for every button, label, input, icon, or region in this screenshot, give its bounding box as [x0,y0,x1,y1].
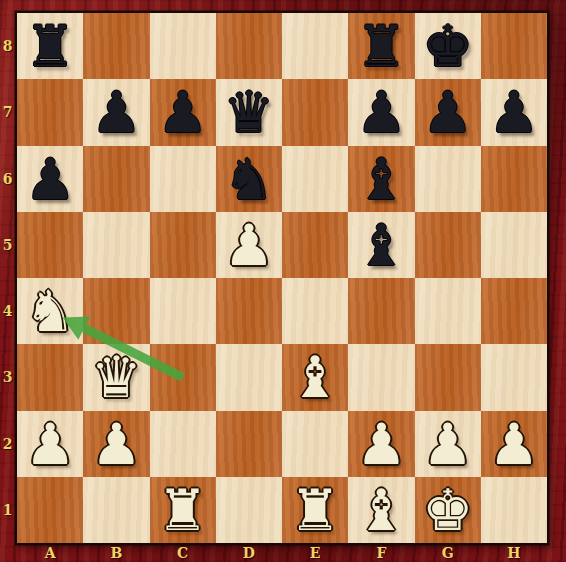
rank-labels: 87654321 [0,13,15,543]
square-b8[interactable] [83,13,149,79]
square-b7[interactable]: ♟ [83,79,149,145]
black-rook-f8: ♜ [356,14,407,78]
rank-label-8: 8 [0,13,15,79]
square-f6[interactable]: ♝ [348,146,414,212]
square-d8[interactable] [216,13,282,79]
white-pawn-a2: ♟ [25,412,76,476]
square-e3[interactable]: ♝ [282,344,348,410]
square-b3[interactable]: ♛ [83,344,149,410]
black-bishop-f6: ♝ [356,147,407,211]
square-b1[interactable] [83,477,149,543]
square-h7[interactable]: ♟ [481,79,547,145]
square-a6[interactable]: ♟ [17,146,83,212]
square-e2[interactable] [282,411,348,477]
black-pawn-h7: ♟ [488,80,539,144]
chess-board: ♜♜♚♟♟♛♟♟♟♟♞♝♟♝♞♛♝♟♟♟♟♟♜♜♝♚ [17,13,547,543]
square-h6[interactable] [481,146,547,212]
chess-diagram: 87654321 ♜♜♚♟♟♛♟♟♟♟♞♝♟♝♞♛♝♟♟♟♟♟♜♜♝♚ ABCD… [0,0,566,562]
square-h1[interactable] [481,477,547,543]
square-a2[interactable]: ♟ [17,411,83,477]
white-pawn-b2: ♟ [91,412,142,476]
black-pawn-a6: ♟ [25,147,76,211]
square-c5[interactable] [150,212,216,278]
square-h8[interactable] [481,13,547,79]
square-a4[interactable]: ♞ [17,278,83,344]
black-bishop-f5: ♝ [356,213,407,277]
square-f8[interactable]: ♜ [348,13,414,79]
white-pawn-f2: ♟ [356,412,407,476]
square-h5[interactable] [481,212,547,278]
square-e7[interactable] [282,79,348,145]
file-labels: ABCDEFGH [17,545,547,561]
square-a5[interactable] [17,212,83,278]
square-c2[interactable] [150,411,216,477]
rank-label-7: 7 [0,79,15,145]
black-king-g8: ♚ [422,14,473,78]
rank-label-3: 3 [0,344,15,410]
square-b2[interactable]: ♟ [83,411,149,477]
square-g2[interactable]: ♟ [415,411,481,477]
square-h4[interactable] [481,278,547,344]
file-label-g: G [415,545,481,561]
square-g8[interactable]: ♚ [415,13,481,79]
square-d4[interactable] [216,278,282,344]
square-d5[interactable]: ♟ [216,212,282,278]
square-f5[interactable]: ♝ [348,212,414,278]
square-g4[interactable] [415,278,481,344]
square-a8[interactable]: ♜ [17,13,83,79]
square-b4[interactable] [83,278,149,344]
square-d2[interactable] [216,411,282,477]
square-a7[interactable] [17,79,83,145]
square-f3[interactable] [348,344,414,410]
square-a3[interactable] [17,344,83,410]
rank-label-6: 6 [0,146,15,212]
square-c4[interactable] [150,278,216,344]
square-f4[interactable] [348,278,414,344]
white-bishop-f1: ♝ [356,478,407,542]
square-f2[interactable]: ♟ [348,411,414,477]
chess-board-frame: ♜♜♚♟♟♛♟♟♟♟♞♝♟♝♞♛♝♟♟♟♟♟♜♜♝♚ [15,11,549,545]
file-label-c: C [150,545,216,561]
square-d7[interactable]: ♛ [216,79,282,145]
file-label-f: F [348,545,414,561]
square-d3[interactable] [216,344,282,410]
file-label-b: B [83,545,149,561]
white-rook-e1: ♜ [290,478,341,542]
white-rook-c1: ♜ [157,478,208,542]
rank-label-4: 4 [0,278,15,344]
square-f7[interactable]: ♟ [348,79,414,145]
white-king-g1: ♚ [422,478,473,542]
black-rook-a8: ♜ [25,14,76,78]
black-pawn-c7: ♟ [157,80,208,144]
black-pawn-b7: ♟ [91,80,142,144]
white-bishop-e3: ♝ [290,345,341,409]
square-e5[interactable] [282,212,348,278]
square-e8[interactable] [282,13,348,79]
square-h3[interactable] [481,344,547,410]
square-c6[interactable] [150,146,216,212]
black-pawn-f7: ♟ [356,80,407,144]
square-e6[interactable] [282,146,348,212]
white-queen-b3: ♛ [91,345,142,409]
square-g7[interactable]: ♟ [415,79,481,145]
black-queen-d7: ♛ [223,80,274,144]
rank-label-1: 1 [0,477,15,543]
square-g6[interactable] [415,146,481,212]
white-knight-a4: ♞ [25,279,76,343]
square-g3[interactable] [415,344,481,410]
square-a1[interactable] [17,477,83,543]
square-e4[interactable] [282,278,348,344]
square-h2[interactable]: ♟ [481,411,547,477]
square-c8[interactable] [150,13,216,79]
black-pawn-g7: ♟ [422,80,473,144]
file-label-d: D [216,545,282,561]
square-g5[interactable] [415,212,481,278]
rank-label-2: 2 [0,411,15,477]
square-g1[interactable]: ♚ [415,477,481,543]
square-b6[interactable] [83,146,149,212]
square-b5[interactable] [83,212,149,278]
square-d6[interactable]: ♞ [216,146,282,212]
square-c3[interactable] [150,344,216,410]
file-label-a: A [17,545,83,561]
square-f1[interactable]: ♝ [348,477,414,543]
square-d1[interactable] [216,477,282,543]
square-e1[interactable]: ♜ [282,477,348,543]
rank-label-5: 5 [0,212,15,278]
file-label-e: E [282,545,348,561]
square-c7[interactable]: ♟ [150,79,216,145]
white-pawn-d5: ♟ [223,213,274,277]
square-c1[interactable]: ♜ [150,477,216,543]
white-pawn-g2: ♟ [422,412,473,476]
file-label-h: H [481,545,547,561]
black-knight-d6: ♞ [223,147,274,211]
white-pawn-h2: ♟ [488,412,539,476]
